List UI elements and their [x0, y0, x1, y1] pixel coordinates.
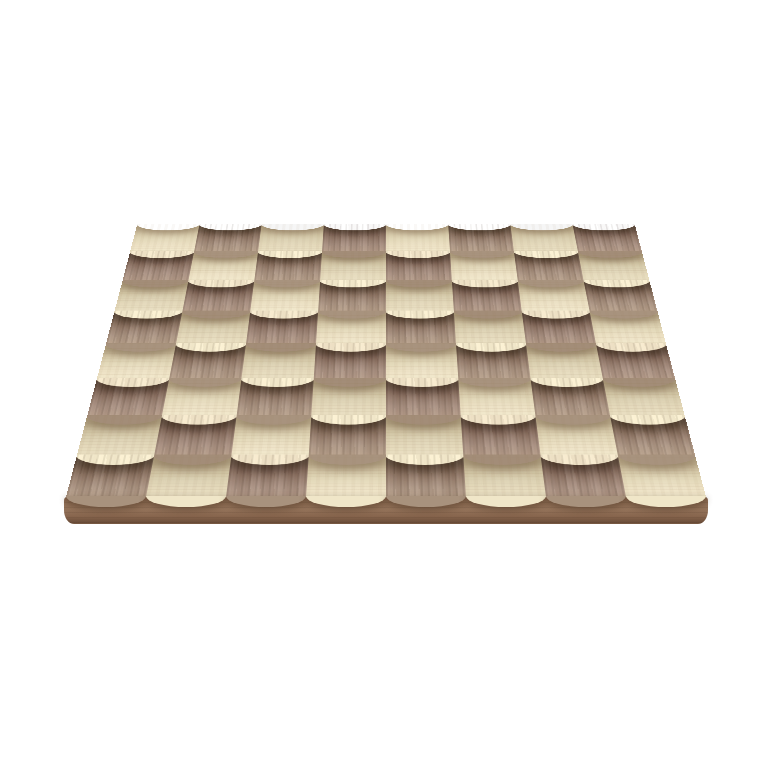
square-d1	[306, 455, 386, 497]
square-c7	[254, 251, 322, 280]
square-d7	[320, 251, 386, 280]
square-a8	[130, 224, 199, 251]
square-h6	[583, 280, 657, 311]
square-b5	[176, 311, 250, 344]
square-e8	[386, 224, 450, 251]
square-d4	[314, 343, 386, 378]
square-e5	[386, 311, 456, 344]
square-a7	[123, 251, 194, 280]
square-f8	[448, 224, 514, 251]
square-d2	[309, 415, 386, 455]
square-f1	[463, 455, 546, 497]
square-f6	[452, 280, 522, 311]
square-a3	[87, 378, 169, 415]
square-h4	[596, 343, 675, 378]
chess-board	[66, 224, 706, 497]
square-b3	[162, 378, 241, 415]
square-h5	[589, 311, 665, 344]
square-c1	[226, 455, 309, 497]
square-a2	[77, 415, 162, 455]
product-photo-canvas	[0, 0, 768, 768]
square-d5	[316, 311, 386, 344]
square-e4	[386, 343, 458, 378]
square-e7	[386, 251, 452, 280]
square-g3	[530, 378, 609, 415]
square-f4	[456, 343, 530, 378]
square-f5	[454, 311, 526, 344]
square-h8	[572, 224, 641, 251]
square-a1	[66, 455, 154, 497]
square-c5	[246, 311, 318, 344]
square-h3	[603, 378, 685, 415]
square-b1	[146, 455, 232, 497]
square-d8	[322, 224, 386, 251]
square-f2	[461, 415, 541, 455]
square-b2	[154, 415, 236, 455]
square-c3	[237, 378, 314, 415]
square-e6	[386, 280, 454, 311]
square-e2	[386, 415, 463, 455]
square-b4	[169, 343, 246, 378]
square-c8	[258, 224, 324, 251]
square-g6	[518, 280, 590, 311]
square-f3	[458, 378, 535, 415]
square-d3	[311, 378, 386, 415]
square-d6	[318, 280, 386, 311]
square-g8	[510, 224, 577, 251]
square-f7	[450, 251, 518, 280]
square-b6	[183, 280, 255, 311]
square-a6	[115, 280, 189, 311]
square-b8	[194, 224, 261, 251]
square-g5	[522, 311, 596, 344]
square-e3	[386, 378, 461, 415]
square-a4	[97, 343, 176, 378]
square-c2	[232, 415, 312, 455]
square-b7	[189, 251, 259, 280]
square-a5	[106, 311, 182, 344]
square-h7	[578, 251, 649, 280]
square-c6	[250, 280, 320, 311]
square-h2	[610, 415, 695, 455]
square-c4	[242, 343, 316, 378]
square-g7	[514, 251, 584, 280]
square-g1	[540, 455, 626, 497]
square-e1	[386, 455, 466, 497]
square-g4	[526, 343, 603, 378]
square-h1	[618, 455, 706, 497]
square-g2	[535, 415, 617, 455]
